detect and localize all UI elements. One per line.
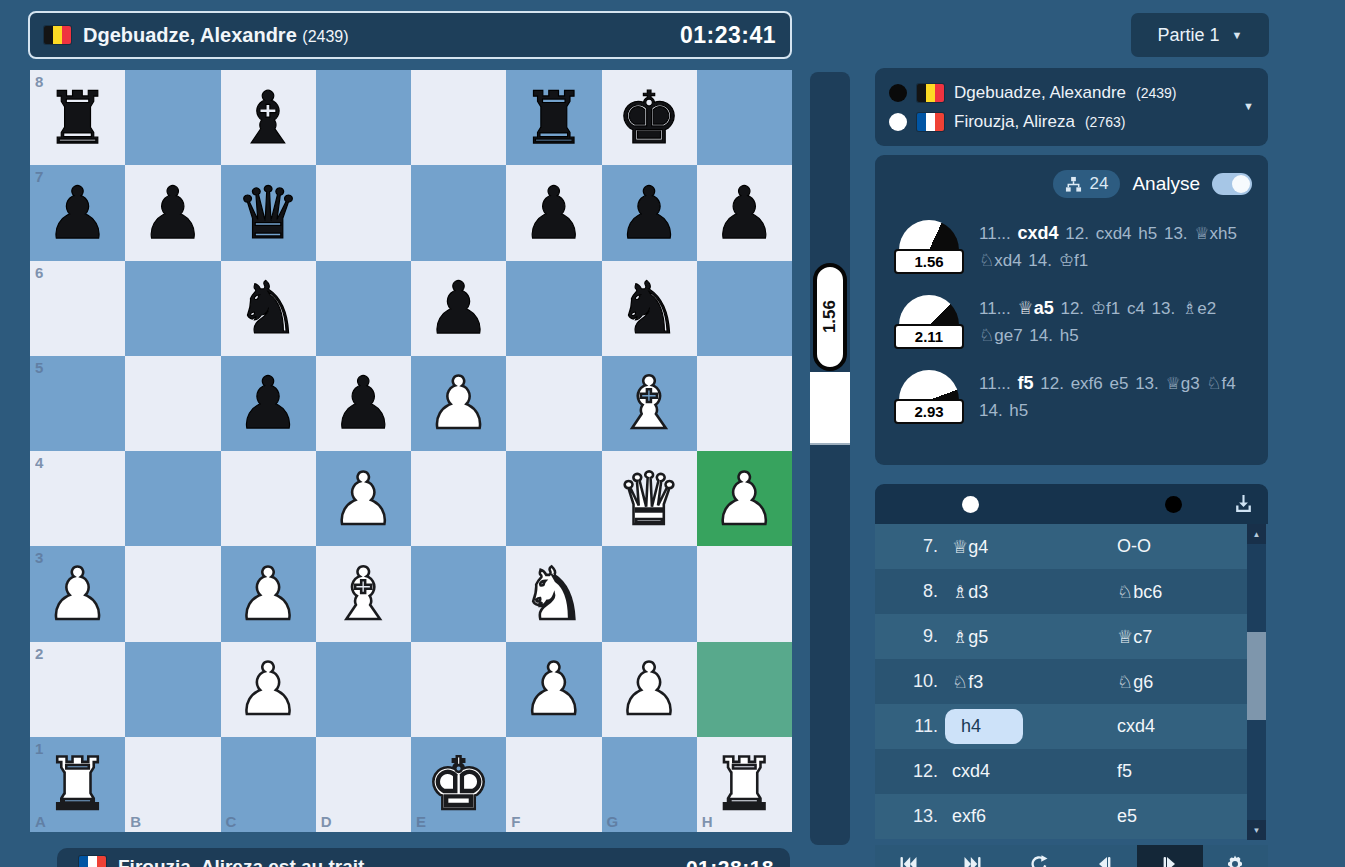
- piece-black-pawn[interactable]: ♟: [426, 272, 491, 344]
- file-label-f: F: [511, 813, 520, 830]
- piece-black-pawn[interactable]: ♟: [141, 177, 206, 249]
- piece-black-rook[interactable]: ♜: [522, 82, 587, 154]
- bottom-player-bar: Firouzja, Alireza est au trait 01:28:18: [57, 848, 790, 867]
- move-number: 8.: [875, 581, 952, 602]
- piece-black-pawn[interactable]: ♟: [45, 177, 110, 249]
- piece-black-rook[interactable]: ♜: [45, 82, 110, 154]
- piece-white-bishop[interactable]: ♝: [331, 558, 396, 630]
- depth-tree-icon: [1065, 176, 1082, 193]
- piece-white-knight[interactable]: ♞: [522, 558, 587, 630]
- move-row-11: 11.h4cxd4: [875, 704, 1247, 749]
- chess-board[interactable]: 8♜♝♜♚7♟♟♛♟♟♟6♞♟♞5♟♟♟♝4♟♛♟3♟♟♝♞2♟♟♟1A♜BCD…: [30, 70, 792, 832]
- rank-label-2: 2: [35, 645, 43, 662]
- scroll-up-button[interactable]: ▲: [1247, 524, 1266, 544]
- analysis-header: 24 Analyse: [891, 169, 1252, 199]
- square-d6[interactable]: [316, 261, 411, 356]
- game-selector-button[interactable]: Partie 1 ▼: [1131, 13, 1269, 57]
- engine-depth-value: 24: [1089, 174, 1108, 194]
- settings-button[interactable]: [1203, 845, 1269, 867]
- piece-white-bishop[interactable]: ♝: [617, 367, 682, 439]
- step-back-icon: [1094, 854, 1114, 867]
- white-disc-icon: [889, 113, 907, 131]
- move-number: 10.: [875, 671, 952, 692]
- square-f8[interactable]: ♜: [506, 70, 601, 165]
- square-a1[interactable]: 1A♜: [30, 737, 125, 832]
- eval-gauge-dial: [899, 295, 959, 325]
- square-b3[interactable]: [125, 546, 220, 641]
- square-h4[interactable]: ♟: [697, 451, 792, 546]
- eval-gauge: 1.56: [893, 220, 965, 274]
- engine-line-3[interactable]: 2.9311... f5 12. exf6 e5 13. ♕g3 ♘f4 14.…: [891, 370, 1252, 424]
- white-move[interactable]: ♘f3: [952, 671, 1117, 693]
- scroll-down-button[interactable]: ▼: [1247, 820, 1266, 840]
- evaluation-pill: 1.56: [813, 263, 847, 371]
- square-e8[interactable]: [411, 70, 506, 165]
- square-b1[interactable]: B: [125, 737, 220, 832]
- download-pgn-icon[interactable]: [1233, 493, 1254, 518]
- square-h5[interactable]: [697, 356, 792, 451]
- rank-label-1: 1: [35, 740, 43, 757]
- square-c6[interactable]: ♞: [221, 261, 316, 356]
- square-g6[interactable]: ♞: [602, 261, 697, 356]
- move-list-scrollbar[interactable]: ▲ ▼: [1247, 524, 1266, 840]
- square-e2[interactable]: [411, 642, 506, 737]
- move-number: 12.: [875, 761, 952, 782]
- square-c3[interactable]: ♟: [221, 546, 316, 641]
- black-move[interactable]: ♘g6: [1117, 671, 1247, 693]
- square-d5[interactable]: ♟: [316, 356, 411, 451]
- analyse-label: Analyse: [1132, 173, 1200, 195]
- square-g7[interactable]: ♟: [602, 165, 697, 260]
- gear-icon: [1225, 854, 1245, 867]
- rank-label-7: 7: [35, 168, 43, 185]
- piece-white-pawn[interactable]: ♟: [236, 558, 301, 630]
- move-row-8: 8.♗d3♘bc6: [875, 569, 1247, 614]
- move-navigation-bar: [875, 845, 1268, 867]
- engine-line-moves: 11... f5 12. exf6 e5 13. ♕g3 ♘f4 14. h5: [979, 370, 1250, 424]
- square-e6[interactable]: ♟: [411, 261, 506, 356]
- piece-white-pawn[interactable]: ♟: [617, 653, 682, 725]
- square-d7[interactable]: [316, 165, 411, 260]
- piece-white-pawn[interactable]: ♟: [45, 558, 110, 630]
- engine-line-moves: 11... cxd4 12. cxd4 h5 13. ♕xh5 ♘xd4 14.…: [979, 220, 1250, 274]
- square-h2[interactable]: [697, 642, 792, 737]
- next-move-button[interactable]: [1137, 845, 1203, 867]
- file-label-b: B: [130, 813, 141, 830]
- white-move[interactable]: cxd4: [952, 761, 1117, 782]
- black-player-row: Dgebuadze, Alexandre (2439): [889, 83, 1232, 103]
- toggle-knob: [1232, 175, 1250, 193]
- move-list[interactable]: 7.♕g4O-O8.♗d3♘bc69.♗g5♕c710.♘f3♘g611.h4c…: [875, 524, 1247, 840]
- white-move[interactable]: ♗d3: [952, 581, 1117, 603]
- square-f1[interactable]: F: [506, 737, 601, 832]
- square-h7[interactable]: ♟: [697, 165, 792, 260]
- piece-white-pawn[interactable]: ♟: [426, 367, 491, 439]
- engine-depth-badge: 24: [1053, 170, 1120, 198]
- square-g8[interactable]: ♚: [602, 70, 697, 165]
- eval-value: 1.56: [894, 249, 964, 274]
- square-b5[interactable]: [125, 356, 220, 451]
- eval-value: 2.11: [894, 324, 964, 349]
- square-g2[interactable]: ♟: [602, 642, 697, 737]
- white-column-disc-icon: [962, 496, 979, 513]
- square-e5[interactable]: ♟: [411, 356, 506, 451]
- white-player-name: Firouzja, Alireza: [954, 112, 1075, 132]
- square-e1[interactable]: E♚: [411, 737, 506, 832]
- piece-black-pawn[interactable]: ♟: [236, 367, 301, 439]
- piece-black-queen[interactable]: ♛: [236, 177, 301, 249]
- france-flag-icon: [917, 113, 944, 131]
- file-label-c: C: [226, 813, 237, 830]
- move-row-12: 12.cxd4f5: [875, 749, 1247, 794]
- square-d4[interactable]: ♟: [316, 451, 411, 546]
- rank-label-4: 4: [35, 454, 43, 471]
- square-f7[interactable]: ♟: [506, 165, 601, 260]
- square-d8[interactable]: [316, 70, 411, 165]
- bottom-player-name: Firouzja, Alireza est au trait: [118, 856, 364, 867]
- step-forward-icon: [1160, 854, 1180, 867]
- square-g3[interactable]: [602, 546, 697, 641]
- rank-label-8: 8: [35, 73, 43, 90]
- square-h6[interactable]: [697, 261, 792, 356]
- rank-label-3: 3: [35, 549, 43, 566]
- evaluation-bar: 1.56: [810, 72, 850, 845]
- square-a5[interactable]: 5: [30, 356, 125, 451]
- top-player-rating: (2439): [302, 28, 348, 45]
- move-number: 11.: [875, 716, 952, 737]
- square-g5[interactable]: ♝: [602, 356, 697, 451]
- first-move-button[interactable]: [875, 845, 941, 867]
- skip-to-end-icon: [963, 854, 983, 867]
- rotate-icon: [1029, 854, 1049, 867]
- square-c5[interactable]: ♟: [221, 356, 316, 451]
- square-a2[interactable]: 2: [30, 642, 125, 737]
- square-c2[interactable]: ♟: [221, 642, 316, 737]
- engine-line-moves: 11... ♕a5 12. ♔f1 c4 13. ♗e2 ♘ge7 14. h5: [979, 295, 1250, 349]
- square-c8[interactable]: ♝: [221, 70, 316, 165]
- move-number: 9.: [875, 626, 952, 647]
- move-row-9: 9.♗g5♕c7: [875, 614, 1247, 659]
- white-player-row: Firouzja, Alireza (2763): [889, 112, 1232, 132]
- file-label-h: H: [702, 813, 713, 830]
- black-column-disc-icon: [1165, 496, 1182, 513]
- white-move[interactable]: ♕g4: [952, 536, 1117, 558]
- square-a6[interactable]: 6: [30, 261, 125, 356]
- last-move-button[interactable]: [941, 845, 1007, 867]
- black-move[interactable]: O-O: [1117, 536, 1247, 557]
- piece-black-bishop[interactable]: ♝: [236, 82, 301, 154]
- chevron-down-icon[interactable]: ▼: [1243, 100, 1254, 112]
- square-f2[interactable]: ♟: [506, 642, 601, 737]
- square-h1[interactable]: H♜: [697, 737, 792, 832]
- square-b2[interactable]: [125, 642, 220, 737]
- square-b7[interactable]: ♟: [125, 165, 220, 260]
- analyse-toggle[interactable]: [1212, 173, 1252, 195]
- piece-white-pawn[interactable]: ♟: [712, 463, 777, 535]
- piece-black-king[interactable]: ♚: [617, 82, 682, 154]
- chevron-down-icon: ▼: [1232, 29, 1243, 41]
- evaluation-white-segment: [810, 372, 850, 445]
- piece-white-queen[interactable]: ♛: [617, 463, 682, 535]
- black-clock: 01:23:41: [680, 22, 776, 49]
- previous-move-button[interactable]: [1072, 845, 1138, 867]
- piece-white-king[interactable]: ♚: [426, 748, 491, 820]
- square-d1[interactable]: D: [316, 737, 411, 832]
- skip-to-start-icon: [898, 854, 918, 867]
- piece-black-pawn[interactable]: ♟: [712, 177, 777, 249]
- engine-line-2[interactable]: 2.1111... ♕a5 12. ♔f1 c4 13. ♗e2 ♘ge7 14…: [891, 295, 1252, 349]
- square-g4[interactable]: ♛: [602, 451, 697, 546]
- piece-black-knight[interactable]: ♞: [236, 272, 301, 344]
- belgium-flag-icon: [917, 84, 944, 102]
- piece-black-pawn[interactable]: ♟: [522, 177, 587, 249]
- white-move[interactable]: exf6: [952, 806, 1117, 827]
- black-move[interactable]: e5: [1117, 806, 1247, 827]
- move-row-13: 13.exf6e5: [875, 794, 1247, 839]
- eval-gauge: 2.93: [893, 370, 965, 424]
- players-panel[interactable]: Dgebuadze, Alexandre (2439) Firouzja, Al…: [875, 68, 1268, 146]
- white-move[interactable]: ♗g5: [952, 626, 1117, 648]
- move-row-10: 10.♘f3♘g6: [875, 659, 1247, 704]
- analysis-panel: 24 Analyse 1.5611... cxd4 12. cxd4 h5 13…: [875, 155, 1268, 465]
- file-label-g: G: [607, 813, 619, 830]
- eval-value: 2.93: [894, 399, 964, 424]
- move-number: 7.: [875, 536, 952, 557]
- rank-label-5: 5: [35, 359, 43, 376]
- square-h3[interactable]: [697, 546, 792, 641]
- square-b4[interactable]: [125, 451, 220, 546]
- piece-white-rook[interactable]: ♜: [712, 748, 777, 820]
- file-label-d: D: [321, 813, 332, 830]
- square-c7[interactable]: ♛: [221, 165, 316, 260]
- square-f6[interactable]: [506, 261, 601, 356]
- square-d2[interactable]: [316, 642, 411, 737]
- piece-black-pawn[interactable]: ♟: [617, 177, 682, 249]
- move-number: 13.: [875, 806, 952, 827]
- square-c1[interactable]: C: [221, 737, 316, 832]
- black-player-name: Dgebuadze, Alexandre: [954, 83, 1126, 103]
- scrollbar-thumb[interactable]: [1247, 632, 1266, 720]
- square-a4[interactable]: 4: [30, 451, 125, 546]
- square-c4[interactable]: [221, 451, 316, 546]
- france-flag-icon: [79, 856, 106, 867]
- engine-line-1[interactable]: 1.5611... cxd4 12. cxd4 h5 13. ♕xh5 ♘xd4…: [891, 220, 1252, 274]
- square-a7[interactable]: 7♟: [30, 165, 125, 260]
- square-e3[interactable]: [411, 546, 506, 641]
- top-player-name: Dgebuadze, Alexandre (2439): [83, 24, 349, 47]
- file-label-a: A: [35, 813, 46, 830]
- piece-white-pawn[interactable]: ♟: [331, 463, 396, 535]
- rank-label-6: 6: [35, 264, 43, 281]
- black-move[interactable]: ♘bc6: [1117, 581, 1247, 603]
- square-a3[interactable]: 3♟: [30, 546, 125, 641]
- flip-board-button[interactable]: [1006, 845, 1072, 867]
- black-player-rating: (2439): [1136, 85, 1176, 101]
- square-d3[interactable]: ♝: [316, 546, 411, 641]
- engine-lines: 1.5611... cxd4 12. cxd4 h5 13. ♕xh5 ♘xd4…: [891, 220, 1252, 425]
- belgium-flag-icon: [44, 26, 71, 44]
- eval-gauge-dial: [899, 370, 959, 400]
- piece-white-pawn[interactable]: ♟: [236, 653, 301, 725]
- square-b8[interactable]: [125, 70, 220, 165]
- piece-black-pawn[interactable]: ♟: [331, 367, 396, 439]
- white-clock: 01:28:18: [686, 856, 774, 867]
- white-player-rating: (2763): [1085, 114, 1125, 130]
- current-move-highlight[interactable]: h4: [945, 709, 1023, 744]
- black-move[interactable]: cxd4: [1117, 716, 1247, 737]
- square-f5[interactable]: [506, 356, 601, 451]
- white-move[interactable]: h4: [952, 709, 1117, 744]
- piece-white-rook[interactable]: ♜: [45, 748, 110, 820]
- game-selector-label: Partie 1: [1158, 25, 1220, 46]
- black-move[interactable]: f5: [1117, 761, 1247, 782]
- file-label-e: E: [416, 813, 426, 830]
- top-player-bar: Dgebuadze, Alexandre (2439) 01:23:41: [28, 11, 792, 59]
- square-g1[interactable]: G: [602, 737, 697, 832]
- eval-gauge-dial: [899, 220, 959, 250]
- piece-white-pawn[interactable]: ♟: [522, 653, 587, 725]
- square-e4[interactable]: [411, 451, 506, 546]
- eval-gauge: 2.11: [893, 295, 965, 349]
- black-move[interactable]: ♕c7: [1117, 626, 1247, 648]
- square-e7[interactable]: [411, 165, 506, 260]
- black-disc-icon: [889, 84, 907, 102]
- square-a8[interactable]: 8♜: [30, 70, 125, 165]
- piece-black-knight[interactable]: ♞: [617, 272, 682, 344]
- move-table-header: [875, 484, 1268, 524]
- square-b6[interactable]: [125, 261, 220, 356]
- square-f3[interactable]: ♞: [506, 546, 601, 641]
- square-f4[interactable]: [506, 451, 601, 546]
- move-row-7: 7.♕g4O-O: [875, 524, 1247, 569]
- square-h8[interactable]: [697, 70, 792, 165]
